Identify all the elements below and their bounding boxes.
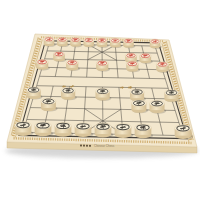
piece-red-cannon[interactable] xyxy=(140,53,153,63)
piece-red-chariot[interactable] xyxy=(44,37,56,47)
piece-black-soldier[interactable] xyxy=(27,87,43,100)
piece-red-soldier[interactable] xyxy=(126,61,140,72)
piece-red-soldier[interactable] xyxy=(66,60,80,71)
piece-black-cannon[interactable] xyxy=(41,98,58,111)
piece-black-soldier[interactable] xyxy=(61,88,77,101)
piece-black-soldier[interactable] xyxy=(96,88,112,101)
piece-red-cannon[interactable] xyxy=(53,52,66,62)
piece-red-general[interactable] xyxy=(97,38,109,48)
piece-black-cannon[interactable] xyxy=(150,100,167,113)
brand-text-en: Chinese Chess xyxy=(94,144,115,148)
piece-red-soldier[interactable] xyxy=(36,59,50,70)
piece-red-advisor[interactable] xyxy=(83,38,95,48)
piece-red-horse[interactable] xyxy=(57,37,69,47)
xiangqi-product-photo: Chinese Chess xyxy=(0,0,200,200)
piece-black-soldier[interactable] xyxy=(130,89,146,102)
piece-black-horse[interactable] xyxy=(131,100,148,113)
piece-black-general[interactable] xyxy=(95,123,113,138)
piece-red-soldier[interactable] xyxy=(156,62,170,73)
piece-red-elephant[interactable] xyxy=(123,39,135,49)
piece-black-chariot[interactable] xyxy=(15,122,33,137)
piece-black-advisor[interactable] xyxy=(75,123,93,138)
piece-red-advisor[interactable] xyxy=(110,38,122,48)
xiangqi-board-scene: Chinese Chess xyxy=(0,0,200,200)
piece-black-elephant[interactable] xyxy=(55,122,73,137)
piece-black-horse[interactable] xyxy=(35,122,53,137)
piece-black-soldier[interactable] xyxy=(164,90,180,103)
piece-black-chariot[interactable] xyxy=(175,125,193,140)
piece-red-chariot[interactable] xyxy=(150,39,162,49)
piece-black-elephant[interactable] xyxy=(135,124,153,139)
piece-red-elephant[interactable] xyxy=(70,38,82,48)
piece-black-advisor[interactable] xyxy=(115,124,133,139)
piece-red-soldier[interactable] xyxy=(96,61,110,72)
